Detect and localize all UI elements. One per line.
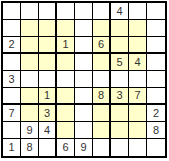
cell-r5c9[interactable]	[147, 71, 165, 88]
cell-r3c5[interactable]	[75, 37, 93, 54]
cell-r8c6[interactable]	[93, 122, 111, 139]
cell-r8c9[interactable]: 8	[147, 122, 165, 139]
cell-r5c4[interactable]	[57, 71, 75, 88]
cell-r9c7[interactable]	[111, 139, 129, 156]
cell-r1c4[interactable]	[57, 3, 75, 20]
cell-r2c4[interactable]	[57, 20, 75, 37]
cell-r3c6[interactable]: 6	[93, 37, 111, 54]
cell-r7c7[interactable]	[111, 105, 129, 122]
cell-r4c8[interactable]: 4	[129, 54, 147, 71]
cell-r5c2[interactable]	[21, 71, 39, 88]
cell-r3c7[interactable]	[111, 37, 129, 54]
cell-r9c6[interactable]	[93, 139, 111, 156]
cell-r2c2[interactable]	[21, 20, 39, 37]
cell-r9c2[interactable]: 8	[21, 139, 39, 156]
cell-r9c3[interactable]	[39, 139, 57, 156]
cell-r3c8[interactable]	[129, 37, 147, 54]
cell-r8c5[interactable]	[75, 122, 93, 139]
cell-r1c7[interactable]: 4	[111, 3, 129, 20]
cell-r5c8[interactable]	[129, 71, 147, 88]
cell-r4c2[interactable]	[21, 54, 39, 71]
cell-r9c5[interactable]: 9	[75, 139, 93, 156]
cell-r5c6[interactable]	[93, 71, 111, 88]
cell-r6c7[interactable]: 3	[111, 88, 129, 105]
cell-r2c3[interactable]	[39, 20, 57, 37]
cell-r3c3[interactable]	[39, 37, 57, 54]
cell-r6c6[interactable]: 8	[93, 88, 111, 105]
cell-r5c7[interactable]	[111, 71, 129, 88]
cell-r6c4[interactable]	[57, 88, 75, 105]
cell-r5c3[interactable]	[39, 71, 57, 88]
cell-r2c7[interactable]	[111, 20, 129, 37]
cell-r3c9[interactable]	[147, 37, 165, 54]
cell-r3c2[interactable]	[21, 37, 39, 54]
cell-r9c8[interactable]	[129, 139, 147, 156]
cell-r1c8[interactable]	[129, 3, 147, 20]
cell-r3c1[interactable]: 2	[3, 37, 21, 54]
cell-r1c1[interactable]	[3, 3, 21, 20]
cell-r6c2[interactable]	[21, 88, 39, 105]
cell-r2c5[interactable]	[75, 20, 93, 37]
cell-r7c9[interactable]: 2	[147, 105, 165, 122]
cell-r6c1[interactable]	[3, 88, 21, 105]
cell-r4c9[interactable]	[147, 54, 165, 71]
cell-r7c8[interactable]	[129, 105, 147, 122]
cell-r2c8[interactable]	[129, 20, 147, 37]
cell-r6c3[interactable]: 1	[39, 88, 57, 105]
cell-r6c8[interactable]: 7	[129, 88, 147, 105]
cell-r9c1[interactable]: 1	[3, 139, 21, 156]
cell-r8c1[interactable]	[3, 122, 21, 139]
cell-r7c2[interactable]	[21, 105, 39, 122]
cell-r4c7[interactable]: 5	[111, 54, 129, 71]
cell-r8c3[interactable]: 4	[39, 122, 57, 139]
cell-r7c5[interactable]	[75, 105, 93, 122]
cell-r4c6[interactable]	[93, 54, 111, 71]
cell-r7c3[interactable]: 3	[39, 105, 57, 122]
cell-r7c1[interactable]: 7	[3, 105, 21, 122]
cell-r4c5[interactable]	[75, 54, 93, 71]
cell-r2c1[interactable]	[3, 20, 21, 37]
cell-r1c2[interactable]	[21, 3, 39, 20]
cell-r2c6[interactable]	[93, 20, 111, 37]
cell-r1c9[interactable]	[147, 3, 165, 20]
cell-r8c8[interactable]	[129, 122, 147, 139]
cell-r6c9[interactable]	[147, 88, 165, 105]
cell-r9c4[interactable]: 6	[57, 139, 75, 156]
cell-r4c1[interactable]	[3, 54, 21, 71]
cell-r1c5[interactable]	[75, 3, 93, 20]
cell-r1c3[interactable]	[39, 3, 57, 20]
cell-r5c5[interactable]	[75, 71, 93, 88]
cell-r6c5[interactable]	[75, 88, 93, 105]
cell-r2c9[interactable]	[147, 20, 165, 37]
cell-r7c6[interactable]	[93, 105, 111, 122]
cell-r8c2[interactable]: 9	[21, 122, 39, 139]
cell-r8c4[interactable]	[57, 122, 75, 139]
cell-r5c1[interactable]: 3	[3, 71, 21, 88]
cell-r7c4[interactable]	[57, 105, 75, 122]
cell-r4c4[interactable]	[57, 54, 75, 71]
sudoku-board: 421654318377329481869	[1, 1, 167, 158]
cell-r1c6[interactable]	[93, 3, 111, 20]
cell-r3c4[interactable]: 1	[57, 37, 75, 54]
cell-r4c3[interactable]	[39, 54, 57, 71]
cell-r8c7[interactable]	[111, 122, 129, 139]
cell-r9c9[interactable]	[147, 139, 165, 156]
